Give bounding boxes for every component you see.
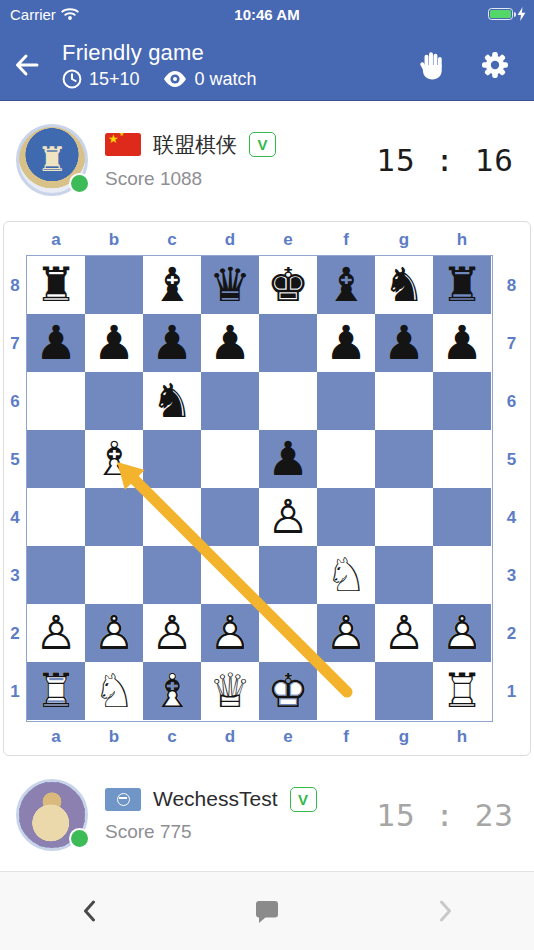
file-label-b: b xyxy=(85,230,143,250)
square-a1[interactable]: ♜♖ xyxy=(27,662,85,720)
piece-black-pawn: ♟ xyxy=(143,314,201,372)
square-a7[interactable]: ♟ xyxy=(27,314,85,372)
piece-black-knight: ♞ xyxy=(143,372,201,430)
battery-icon xyxy=(488,8,513,20)
square-g8[interactable]: ♞ xyxy=(375,256,433,314)
piece-black-rook: ♜ xyxy=(433,256,491,314)
square-e7[interactable] xyxy=(259,314,317,372)
piece-white-pawn: ♟♙ xyxy=(375,604,433,662)
chevron-right-icon xyxy=(439,900,452,922)
piece-black-knight: ♞ xyxy=(375,256,433,314)
status-bar: Carrier 10:46 AM xyxy=(0,0,534,28)
rank-label-4: 4 xyxy=(493,489,530,547)
player-name: WechessTest xyxy=(153,787,278,811)
square-d8[interactable]: ♛ xyxy=(201,256,259,314)
square-d1[interactable]: ♛♕ xyxy=(201,662,259,720)
piece-white-rook: ♜♖ xyxy=(433,662,491,720)
back-arrow-icon xyxy=(13,53,41,77)
square-g6[interactable] xyxy=(375,372,433,430)
file-label-e: e xyxy=(259,230,317,250)
file-label-c: c xyxy=(143,727,201,747)
square-h5[interactable] xyxy=(433,430,491,488)
piece-black-pawn: ♟ xyxy=(433,314,491,372)
piece-black-pawn: ♟ xyxy=(375,314,433,372)
square-d7[interactable]: ♟ xyxy=(201,314,259,372)
square-d6[interactable] xyxy=(201,372,259,430)
rank-label-7: 7 xyxy=(493,315,530,373)
rank-label-3: 3 xyxy=(4,547,26,605)
square-g1[interactable] xyxy=(375,662,433,720)
piece-white-queen: ♛♕ xyxy=(201,662,259,720)
file-label-g: g xyxy=(375,230,433,250)
square-a3[interactable] xyxy=(27,546,85,604)
square-a6[interactable] xyxy=(27,372,85,430)
square-g2[interactable]: ♟♙ xyxy=(375,604,433,662)
piece-white-king: ♚♔ xyxy=(259,662,317,720)
square-c6[interactable]: ♞ xyxy=(143,372,201,430)
board-card: abcdefgh 87654321 ♜♝♛♚♝♞♜♟♟♟♟♟♟♟♞♝♗♟♟♙♞♘… xyxy=(3,221,531,756)
square-b8[interactable] xyxy=(85,256,143,314)
square-h1[interactable]: ♜♖ xyxy=(433,662,491,720)
square-f5[interactable] xyxy=(317,430,375,488)
watchers-label: 0 watch xyxy=(195,69,257,90)
piece-white-pawn: ♟♙ xyxy=(85,604,143,662)
square-d3[interactable] xyxy=(201,546,259,604)
board-section: abcdefgh 87654321 ♜♝♛♚♝♞♜♟♟♟♟♟♟♟♞♝♗♟♟♙♞♘… xyxy=(0,219,534,758)
file-label-c: c xyxy=(143,230,201,250)
rank-label-7: 7 xyxy=(4,315,26,373)
square-b3[interactable] xyxy=(85,546,143,604)
square-b5[interactable]: ♝♗ xyxy=(85,430,143,488)
square-d5[interactable] xyxy=(201,430,259,488)
square-f3[interactable]: ♞♘ xyxy=(317,546,375,604)
rank-label-1: 1 xyxy=(4,663,26,721)
file-label-h: h xyxy=(433,230,491,250)
game-header: Friendly game 15+10 0 watch xyxy=(0,28,534,101)
square-c3[interactable] xyxy=(143,546,201,604)
online-status-dot xyxy=(69,828,90,849)
china-flag-icon: ★★ xyxy=(105,133,141,156)
player-score: Score 1088 xyxy=(105,168,276,190)
square-a5[interactable] xyxy=(27,430,85,488)
piece-black-pawn: ♟ xyxy=(201,314,259,372)
file-label-a: a xyxy=(27,727,85,747)
chat-bubble-icon xyxy=(254,899,280,924)
piece-black-pawn: ♟ xyxy=(317,314,375,372)
square-h3[interactable] xyxy=(433,546,491,604)
file-label-h: h xyxy=(433,727,491,747)
verified-badge: V xyxy=(249,132,276,157)
rank-labels-right: 87654321 xyxy=(493,255,530,722)
square-g7[interactable]: ♟ xyxy=(375,314,433,372)
piece-black-bishop: ♝ xyxy=(143,256,201,314)
verified-badge: V xyxy=(290,787,317,812)
piece-white-knight: ♞♘ xyxy=(317,546,375,604)
draw-offer-button[interactable] xyxy=(418,49,446,81)
square-a4[interactable] xyxy=(27,488,85,546)
square-d4[interactable] xyxy=(201,488,259,546)
clock-icon xyxy=(62,69,82,89)
square-e8[interactable]: ♚ xyxy=(259,256,317,314)
previous-move-button[interactable] xyxy=(0,872,178,950)
square-a2[interactable]: ♟♙ xyxy=(27,604,85,662)
rank-label-6: 6 xyxy=(4,373,26,431)
file-label-f: f xyxy=(317,230,375,250)
rank-label-4: 4 xyxy=(4,489,26,547)
square-f6[interactable] xyxy=(317,372,375,430)
square-f2[interactable]: ♟♙ xyxy=(317,604,375,662)
square-b7[interactable]: ♟ xyxy=(85,314,143,372)
file-label-d: d xyxy=(201,230,259,250)
eye-icon xyxy=(162,70,188,88)
square-d2[interactable]: ♟♙ xyxy=(201,604,259,662)
square-e6[interactable] xyxy=(259,372,317,430)
square-b2[interactable]: ♟♙ xyxy=(85,604,143,662)
square-e2[interactable] xyxy=(259,604,317,662)
square-f4[interactable] xyxy=(317,488,375,546)
file-label-a: a xyxy=(27,230,85,250)
square-h6[interactable] xyxy=(433,372,491,430)
player-row-black: ♜ ★★ 联盟棋侠 V Score 1088 15 : 16 xyxy=(0,101,534,219)
square-e3[interactable] xyxy=(259,546,317,604)
piece-white-knight: ♞♘ xyxy=(85,662,143,720)
square-c7[interactable]: ♟ xyxy=(143,314,201,372)
square-b1[interactable]: ♞♘ xyxy=(85,662,143,720)
square-h7[interactable]: ♟ xyxy=(433,314,491,372)
rank-label-2: 2 xyxy=(4,605,26,663)
square-f1[interactable] xyxy=(317,662,375,720)
square-e4[interactable]: ♟♙ xyxy=(259,488,317,546)
time-control-label: 15+10 xyxy=(89,69,140,90)
file-label-b: b xyxy=(85,727,143,747)
piece-white-pawn: ♟♙ xyxy=(201,604,259,662)
rank-label-8: 8 xyxy=(4,257,26,315)
piece-white-bishop: ♝♗ xyxy=(143,662,201,720)
rook-emblem-icon: ♜ xyxy=(37,142,67,176)
square-h2[interactable]: ♟♙ xyxy=(433,604,491,662)
piece-black-bishop: ♝ xyxy=(317,256,375,314)
piece-black-king: ♚ xyxy=(259,256,317,314)
square-e1[interactable]: ♚♔ xyxy=(259,662,317,720)
rank-label-3: 3 xyxy=(493,547,530,605)
online-status-dot xyxy=(69,173,90,194)
piece-black-pawn: ♟ xyxy=(85,314,143,372)
piece-black-pawn: ♟ xyxy=(27,314,85,372)
piece-white-rook: ♜♖ xyxy=(27,662,85,720)
square-c4[interactable] xyxy=(143,488,201,546)
square-a8[interactable]: ♜ xyxy=(27,256,85,314)
chevron-left-icon xyxy=(83,900,96,922)
player-score: Score 775 xyxy=(105,821,317,843)
piece-white-pawn: ♟♙ xyxy=(259,488,317,546)
square-c1[interactable]: ♝♗ xyxy=(143,662,201,720)
next-move-button[interactable] xyxy=(356,872,534,950)
chat-button[interactable] xyxy=(178,872,356,950)
rank-label-5: 5 xyxy=(493,431,530,489)
file-labels-bottom: abcdefgh xyxy=(4,722,530,752)
bottom-toolbar xyxy=(0,871,534,950)
square-g5[interactable] xyxy=(375,430,433,488)
piece-white-pawn: ♟♙ xyxy=(27,604,85,662)
piece-white-bishop: ♝♗ xyxy=(85,430,143,488)
square-b6[interactable] xyxy=(85,372,143,430)
un-flag-icon xyxy=(105,788,141,811)
chess-app-screen: Carrier 10:46 AM Friendly game xyxy=(0,0,534,950)
piece-white-pawn: ♟♙ xyxy=(433,604,491,662)
hand-raise-icon xyxy=(418,49,446,81)
rank-label-5: 5 xyxy=(4,431,26,489)
rank-label-1: 1 xyxy=(493,663,530,721)
rank-labels-left: 87654321 xyxy=(4,255,26,722)
file-label-f: f xyxy=(317,727,375,747)
player-row-white: WechessTest V Score 775 15 : 23 xyxy=(0,758,534,871)
status-time: 10:46 AM xyxy=(0,6,534,23)
square-g3[interactable] xyxy=(375,546,433,604)
piece-black-queen: ♛ xyxy=(201,256,259,314)
square-c2[interactable]: ♟♙ xyxy=(143,604,201,662)
square-h4[interactable] xyxy=(433,488,491,546)
rank-label-8: 8 xyxy=(493,257,530,315)
rank-label-6: 6 xyxy=(493,373,530,431)
piece-black-rook: ♜ xyxy=(27,256,85,314)
square-b4[interactable] xyxy=(85,488,143,546)
square-c8[interactable]: ♝ xyxy=(143,256,201,314)
square-f7[interactable]: ♟ xyxy=(317,314,375,372)
piece-white-pawn: ♟♙ xyxy=(143,604,201,662)
chess-board: ♜♝♛♚♝♞♜♟♟♟♟♟♟♟♞♝♗♟♟♙♞♘♟♙♟♙♟♙♟♙♟♙♟♙♟♙♜♖♞♘… xyxy=(26,255,493,722)
square-e5[interactable]: ♟ xyxy=(259,430,317,488)
piece-white-pawn: ♟♙ xyxy=(317,604,375,662)
file-labels-top: abcdefgh xyxy=(4,225,530,255)
piece-black-pawn: ♟ xyxy=(259,430,317,488)
settings-button[interactable] xyxy=(480,50,510,80)
player-name: 联盟棋侠 xyxy=(153,131,237,159)
page-title: Friendly game xyxy=(62,40,257,66)
settings-gear-icon xyxy=(480,50,510,80)
file-label-d: d xyxy=(201,727,259,747)
rank-label-2: 2 xyxy=(493,605,530,663)
clock-white: 15 : 23 xyxy=(376,797,514,833)
file-label-g: g xyxy=(375,727,433,747)
clock-black: 15 : 16 xyxy=(376,142,514,178)
square-g4[interactable] xyxy=(375,488,433,546)
square-h8[interactable]: ♜ xyxy=(433,256,491,314)
back-button[interactable] xyxy=(0,38,54,92)
square-c5[interactable] xyxy=(143,430,201,488)
file-label-e: e xyxy=(259,727,317,747)
square-f8[interactable]: ♝ xyxy=(317,256,375,314)
